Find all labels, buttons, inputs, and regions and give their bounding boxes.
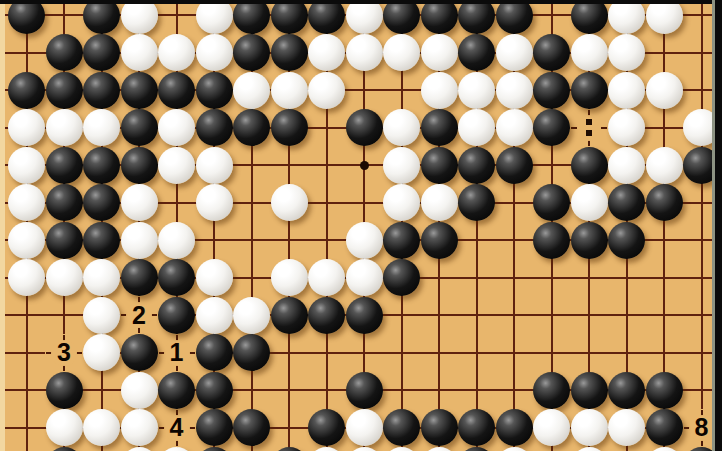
white-stone[interactable] xyxy=(8,184,45,221)
white-stone[interactable] xyxy=(421,34,458,71)
black-stone[interactable] xyxy=(46,147,83,184)
white-stone[interactable] xyxy=(421,184,458,221)
black-stone[interactable] xyxy=(458,147,495,184)
black-stone[interactable] xyxy=(271,297,308,334)
move-label-cell: 2 xyxy=(120,296,158,334)
black-stone[interactable] xyxy=(646,184,683,221)
black-stone[interactable] xyxy=(8,72,45,109)
white-stone[interactable] xyxy=(308,72,345,109)
white-stone[interactable] xyxy=(158,222,195,259)
white-stone[interactable] xyxy=(421,72,458,109)
black-stone[interactable] xyxy=(308,409,345,446)
black-stone[interactable] xyxy=(233,334,270,371)
move-label-2: 2 xyxy=(126,302,152,328)
black-stone[interactable] xyxy=(196,409,233,446)
black-stone[interactable] xyxy=(533,184,570,221)
white-stone[interactable] xyxy=(83,297,120,334)
black-stone[interactable] xyxy=(233,34,270,71)
white-stone[interactable] xyxy=(121,0,158,34)
black-stone[interactable] xyxy=(121,147,158,184)
black-stone[interactable] xyxy=(383,409,420,446)
black-stone[interactable] xyxy=(121,334,158,371)
black-stone[interactable] xyxy=(458,447,495,451)
white-stone[interactable] xyxy=(158,109,195,146)
black-stone[interactable] xyxy=(383,222,420,259)
white-stone[interactable] xyxy=(608,34,645,71)
white-stone[interactable] xyxy=(121,184,158,221)
black-stone[interactable] xyxy=(196,447,233,451)
black-stone[interactable] xyxy=(608,372,645,409)
black-stone[interactable] xyxy=(496,409,533,446)
black-stone[interactable] xyxy=(533,109,570,146)
black-stone[interactable] xyxy=(646,372,683,409)
white-stone[interactable] xyxy=(346,222,383,259)
black-stone[interactable] xyxy=(83,184,120,221)
black-stone[interactable] xyxy=(571,372,608,409)
black-stone[interactable] xyxy=(158,372,195,409)
black-stone[interactable] xyxy=(608,222,645,259)
move-label-4: 4 xyxy=(164,415,190,441)
black-stone[interactable] xyxy=(571,147,608,184)
white-stone[interactable] xyxy=(196,259,233,296)
black-stone[interactable] xyxy=(158,72,195,109)
black-stone[interactable] xyxy=(421,222,458,259)
black-stone[interactable] xyxy=(233,0,270,34)
white-stone[interactable] xyxy=(346,447,383,451)
black-stone[interactable] xyxy=(571,72,608,109)
black-stone[interactable] xyxy=(271,447,308,451)
colon-marker-cell xyxy=(570,109,608,147)
left-edge-strip xyxy=(0,4,5,451)
black-stone[interactable] xyxy=(46,372,83,409)
black-stone[interactable] xyxy=(271,109,308,146)
black-stone[interactable] xyxy=(121,109,158,146)
white-stone[interactable] xyxy=(383,34,420,71)
white-stone[interactable] xyxy=(646,447,683,451)
white-stone[interactable] xyxy=(8,222,45,259)
white-stone[interactable] xyxy=(121,34,158,71)
move-label-cell: 4 xyxy=(158,409,196,447)
white-stone[interactable] xyxy=(308,259,345,296)
white-stone[interactable] xyxy=(383,109,420,146)
white-stone[interactable] xyxy=(496,109,533,146)
white-stone[interactable] xyxy=(571,184,608,221)
black-stone[interactable] xyxy=(196,372,233,409)
white-stone[interactable] xyxy=(383,447,420,451)
black-stone[interactable] xyxy=(233,409,270,446)
black-stone[interactable] xyxy=(46,447,83,451)
white-stone[interactable] xyxy=(271,259,308,296)
black-stone[interactable] xyxy=(458,0,495,34)
black-stone[interactable] xyxy=(496,147,533,184)
black-stone[interactable] xyxy=(421,147,458,184)
white-stone[interactable] xyxy=(83,409,120,446)
black-stone[interactable] xyxy=(346,109,383,146)
white-stone[interactable] xyxy=(83,109,120,146)
white-stone[interactable] xyxy=(383,147,420,184)
black-stone[interactable] xyxy=(496,0,533,34)
white-stone[interactable] xyxy=(46,259,83,296)
top-frame-bar xyxy=(0,0,722,4)
white-stone[interactable] xyxy=(196,0,233,34)
black-stone[interactable] xyxy=(421,109,458,146)
black-stone[interactable] xyxy=(533,72,570,109)
white-stone[interactable] xyxy=(571,34,608,71)
white-stone[interactable] xyxy=(46,409,83,446)
white-stone[interactable] xyxy=(271,72,308,109)
white-stone[interactable] xyxy=(571,409,608,446)
black-stone[interactable] xyxy=(533,372,570,409)
black-stone[interactable] xyxy=(46,222,83,259)
black-stone[interactable] xyxy=(46,184,83,221)
white-stone[interactable] xyxy=(346,34,383,71)
white-stone[interactable] xyxy=(646,72,683,109)
white-stone[interactable] xyxy=(458,109,495,146)
colon-marker xyxy=(580,115,598,141)
white-stone[interactable] xyxy=(196,184,233,221)
black-stone[interactable] xyxy=(533,34,570,71)
move-label-1: 1 xyxy=(164,340,190,366)
white-stone[interactable] xyxy=(8,147,45,184)
white-stone[interactable] xyxy=(121,447,158,451)
white-stone[interactable] xyxy=(121,222,158,259)
black-stone[interactable] xyxy=(158,259,195,296)
black-stone[interactable] xyxy=(196,72,233,109)
white-stone[interactable] xyxy=(571,447,608,451)
white-stone[interactable] xyxy=(646,147,683,184)
white-stone[interactable] xyxy=(233,72,270,109)
black-stone[interactable] xyxy=(121,72,158,109)
white-stone[interactable] xyxy=(196,34,233,71)
black-stone[interactable] xyxy=(308,0,345,34)
white-stone[interactable] xyxy=(496,447,533,451)
black-stone[interactable] xyxy=(83,0,120,34)
black-stone[interactable] xyxy=(83,222,120,259)
black-stone[interactable] xyxy=(383,0,420,34)
white-stone[interactable] xyxy=(196,147,233,184)
white-stone[interactable] xyxy=(496,72,533,109)
white-stone[interactable] xyxy=(83,334,120,371)
white-stone[interactable] xyxy=(533,409,570,446)
white-stone[interactable] xyxy=(458,72,495,109)
white-stone[interactable] xyxy=(121,409,158,446)
black-stone[interactable] xyxy=(46,34,83,71)
black-stone[interactable] xyxy=(8,0,45,34)
black-stone[interactable] xyxy=(271,0,308,34)
white-stone[interactable] xyxy=(608,109,645,146)
move-label-cell: 1 xyxy=(158,334,196,372)
black-stone[interactable] xyxy=(196,109,233,146)
white-stone[interactable] xyxy=(421,447,458,451)
move-label-3: 3 xyxy=(51,340,77,366)
black-stone[interactable] xyxy=(383,259,420,296)
white-stone[interactable] xyxy=(608,72,645,109)
white-stone[interactable] xyxy=(158,447,195,451)
go-board[interactable]: 23148 xyxy=(0,0,722,451)
black-stone[interactable] xyxy=(121,259,158,296)
white-stone[interactable] xyxy=(308,447,345,451)
black-stone[interactable] xyxy=(233,109,270,146)
black-stone[interactable] xyxy=(83,34,120,71)
black-stone[interactable] xyxy=(346,297,383,334)
black-stone[interactable] xyxy=(308,297,345,334)
black-stone[interactable] xyxy=(533,222,570,259)
black-stone[interactable] xyxy=(458,184,495,221)
white-stone[interactable] xyxy=(8,259,45,296)
black-stone[interactable] xyxy=(608,184,645,221)
white-stone[interactable] xyxy=(121,372,158,409)
black-stone[interactable] xyxy=(571,222,608,259)
white-stone[interactable] xyxy=(158,147,195,184)
white-stone[interactable] xyxy=(83,259,120,296)
white-stone[interactable] xyxy=(496,34,533,71)
black-stone[interactable] xyxy=(158,297,195,334)
move-label-cell: 3 xyxy=(45,334,83,372)
black-stone[interactable] xyxy=(83,147,120,184)
star-point xyxy=(360,161,369,170)
white-stone[interactable] xyxy=(271,184,308,221)
black-stone[interactable] xyxy=(196,334,233,371)
black-stone[interactable] xyxy=(271,34,308,71)
black-stone[interactable] xyxy=(571,0,608,34)
black-stone[interactable] xyxy=(646,409,683,446)
black-stone[interactable] xyxy=(421,409,458,446)
white-stone[interactable] xyxy=(608,409,645,446)
white-stone[interactable] xyxy=(196,297,233,334)
white-stone[interactable] xyxy=(608,0,645,34)
right-frame-bar xyxy=(715,0,722,451)
white-stone[interactable] xyxy=(346,409,383,446)
white-stone[interactable] xyxy=(346,259,383,296)
black-stone[interactable] xyxy=(46,72,83,109)
black-stone[interactable] xyxy=(421,0,458,34)
black-stone[interactable] xyxy=(83,72,120,109)
white-stone[interactable] xyxy=(383,184,420,221)
grid-line-v xyxy=(701,4,703,451)
white-stone[interactable] xyxy=(158,34,195,71)
black-stone[interactable] xyxy=(346,372,383,409)
white-stone[interactable] xyxy=(308,34,345,71)
white-stone[interactable] xyxy=(346,0,383,34)
black-stone[interactable] xyxy=(458,34,495,71)
white-stone[interactable] xyxy=(646,0,683,34)
white-stone[interactable] xyxy=(46,109,83,146)
black-stone[interactable] xyxy=(458,409,495,446)
white-stone[interactable] xyxy=(233,297,270,334)
white-stone[interactable] xyxy=(8,109,45,146)
move-label-8: 8 xyxy=(689,415,715,441)
white-stone[interactable] xyxy=(608,147,645,184)
